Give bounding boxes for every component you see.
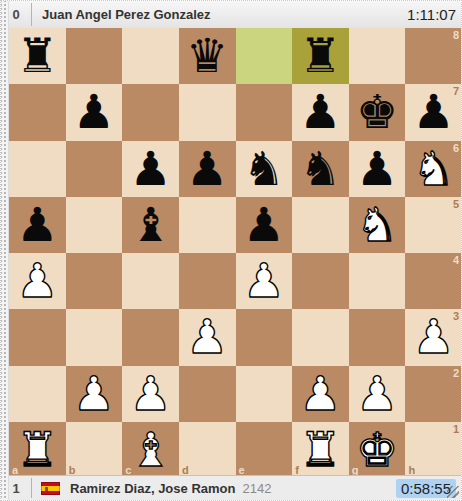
square-h4[interactable]: 4 bbox=[405, 253, 462, 309]
white-king: ♚ bbox=[356, 422, 398, 478]
black-bishop: ♝ bbox=[129, 197, 171, 253]
square-c7[interactable] bbox=[122, 84, 179, 140]
square-h7[interactable]: ♟7 bbox=[405, 84, 462, 140]
square-c1[interactable]: ♝c bbox=[122, 422, 179, 478]
top-player-clock: 1:11:07 bbox=[407, 6, 456, 23]
square-d2[interactable] bbox=[179, 366, 236, 422]
square-a4[interactable]: ♟ bbox=[9, 253, 66, 309]
square-h8[interactable]: 8 bbox=[405, 28, 462, 84]
square-g7[interactable]: ♚ bbox=[349, 84, 406, 140]
white-pawn: ♟ bbox=[413, 309, 455, 365]
square-b4[interactable] bbox=[66, 253, 123, 309]
rank-label-6: 6 bbox=[453, 143, 459, 154]
chess-app-window: 0 Juan Angel Perez Gonzalez 1:11:07 ♜♛♜8… bbox=[0, 0, 462, 501]
black-knight: ♞ bbox=[243, 141, 285, 197]
square-d5[interactable] bbox=[179, 197, 236, 253]
bottom-player-name: Ramirez Diaz, Jose Ramon bbox=[70, 481, 235, 496]
window-resize-grip-icon[interactable] bbox=[447, 486, 459, 498]
square-e5[interactable]: ♟ bbox=[236, 197, 293, 253]
square-b3[interactable] bbox=[66, 309, 123, 365]
square-d8[interactable]: ♛ bbox=[179, 28, 236, 84]
square-c8[interactable] bbox=[122, 28, 179, 84]
square-h5[interactable]: 5 bbox=[405, 197, 462, 253]
square-e7[interactable] bbox=[236, 84, 293, 140]
rank-label-1: 1 bbox=[453, 424, 459, 435]
square-f6[interactable]: ♞ bbox=[292, 141, 349, 197]
white-bishop: ♝ bbox=[129, 422, 171, 478]
bar-separator bbox=[31, 478, 32, 498]
bar-separator bbox=[31, 3, 32, 26]
square-b5[interactable] bbox=[66, 197, 123, 253]
bottom-player-bar: 1 Ramirez Diaz, Jose Ramon 2142 0:58:55 bbox=[1, 475, 461, 500]
square-h1[interactable]: 1h bbox=[405, 422, 462, 478]
square-e3[interactable] bbox=[236, 309, 293, 365]
square-h6[interactable]: ♞6 bbox=[405, 141, 462, 197]
square-g3[interactable] bbox=[349, 309, 406, 365]
black-pawn: ♟ bbox=[73, 84, 115, 140]
white-rook: ♜ bbox=[299, 422, 341, 478]
white-pawn: ♟ bbox=[186, 309, 228, 365]
white-pawn: ♟ bbox=[243, 253, 285, 309]
white-rook: ♜ bbox=[16, 422, 58, 478]
square-h3[interactable]: ♟3 bbox=[405, 309, 462, 365]
square-c3[interactable] bbox=[122, 309, 179, 365]
black-pawn: ♟ bbox=[16, 197, 58, 253]
black-rook: ♜ bbox=[299, 28, 341, 84]
square-c6[interactable]: ♟ bbox=[122, 141, 179, 197]
square-f2[interactable]: ♟ bbox=[292, 366, 349, 422]
square-a5[interactable]: ♟ bbox=[9, 197, 66, 253]
square-d1[interactable]: d bbox=[179, 422, 236, 478]
square-b6[interactable] bbox=[66, 141, 123, 197]
black-pawn: ♟ bbox=[243, 197, 285, 253]
white-pawn: ♟ bbox=[299, 366, 341, 422]
white-pawn: ♟ bbox=[129, 366, 171, 422]
rank-label-3: 3 bbox=[453, 311, 459, 322]
black-king: ♚ bbox=[356, 84, 398, 140]
square-a7[interactable] bbox=[9, 84, 66, 140]
square-a1[interactable]: ♜a bbox=[9, 422, 66, 478]
white-pawn: ♟ bbox=[73, 366, 115, 422]
square-c4[interactable] bbox=[122, 253, 179, 309]
top-player-name: Juan Angel Perez Gonzalez bbox=[42, 7, 211, 22]
square-d3[interactable]: ♟ bbox=[179, 309, 236, 365]
black-queen: ♛ bbox=[186, 28, 228, 84]
square-a2[interactable] bbox=[9, 366, 66, 422]
rank-label-2: 2 bbox=[453, 368, 459, 379]
rank-label-4: 4 bbox=[453, 255, 459, 266]
square-f7[interactable]: ♟ bbox=[292, 84, 349, 140]
rank-label-5: 5 bbox=[453, 199, 459, 210]
black-pawn: ♟ bbox=[186, 141, 228, 197]
square-d4[interactable] bbox=[179, 253, 236, 309]
rank-label-7: 7 bbox=[453, 86, 459, 97]
white-pawn: ♟ bbox=[16, 253, 58, 309]
square-g5[interactable]: ♞ bbox=[349, 197, 406, 253]
square-e6[interactable]: ♞ bbox=[236, 141, 293, 197]
square-d7[interactable] bbox=[179, 84, 236, 140]
rank-label-8: 8 bbox=[453, 30, 459, 41]
square-g1[interactable]: ♚g bbox=[349, 422, 406, 478]
square-e2[interactable] bbox=[236, 366, 293, 422]
black-pawn: ♟ bbox=[299, 84, 341, 140]
square-e8[interactable] bbox=[236, 28, 293, 84]
spain-flag-icon bbox=[41, 482, 60, 495]
square-a6[interactable] bbox=[9, 141, 66, 197]
white-knight: ♞ bbox=[356, 197, 398, 253]
black-knight: ♞ bbox=[299, 141, 341, 197]
square-f4[interactable] bbox=[292, 253, 349, 309]
square-b1[interactable]: b bbox=[66, 422, 123, 478]
square-g6[interactable]: ♟ bbox=[349, 141, 406, 197]
square-e4[interactable]: ♟ bbox=[236, 253, 293, 309]
square-c2[interactable]: ♟ bbox=[122, 366, 179, 422]
square-h2[interactable]: 2 bbox=[405, 366, 462, 422]
square-d6[interactable]: ♟ bbox=[179, 141, 236, 197]
bottom-player-rating: 2142 bbox=[242, 481, 271, 496]
square-f5[interactable] bbox=[292, 197, 349, 253]
black-pawn: ♟ bbox=[129, 141, 171, 197]
square-b8[interactable] bbox=[66, 28, 123, 84]
chess-board: ♜♛♜8♟♟♚♟7♟♟♞♞♟♞6♟♝♟♞5♟♟4♟♟3♟♟♟♟2♜ab♝cde♜… bbox=[9, 28, 462, 478]
square-f1[interactable]: ♜f bbox=[292, 422, 349, 478]
square-f3[interactable] bbox=[292, 309, 349, 365]
square-e1[interactable]: e bbox=[236, 422, 293, 478]
window-left-edge bbox=[1, 1, 9, 500]
black-rook: ♜ bbox=[16, 28, 58, 84]
square-g4[interactable] bbox=[349, 253, 406, 309]
square-b2[interactable]: ♟ bbox=[66, 366, 123, 422]
top-player-bar: 0 Juan Angel Perez Gonzalez 1:11:07 bbox=[1, 1, 461, 29]
square-g2[interactable]: ♟ bbox=[349, 366, 406, 422]
square-b7[interactable]: ♟ bbox=[66, 84, 123, 140]
black-pawn: ♟ bbox=[356, 141, 398, 197]
white-knight: ♞ bbox=[413, 141, 455, 197]
square-c5[interactable]: ♝ bbox=[122, 197, 179, 253]
square-g8[interactable] bbox=[349, 28, 406, 84]
square-a8[interactable]: ♜ bbox=[9, 28, 66, 84]
square-a3[interactable] bbox=[9, 309, 66, 365]
black-pawn: ♟ bbox=[413, 84, 455, 140]
white-pawn: ♟ bbox=[356, 366, 398, 422]
square-f8[interactable]: ♜ bbox=[292, 28, 349, 84]
